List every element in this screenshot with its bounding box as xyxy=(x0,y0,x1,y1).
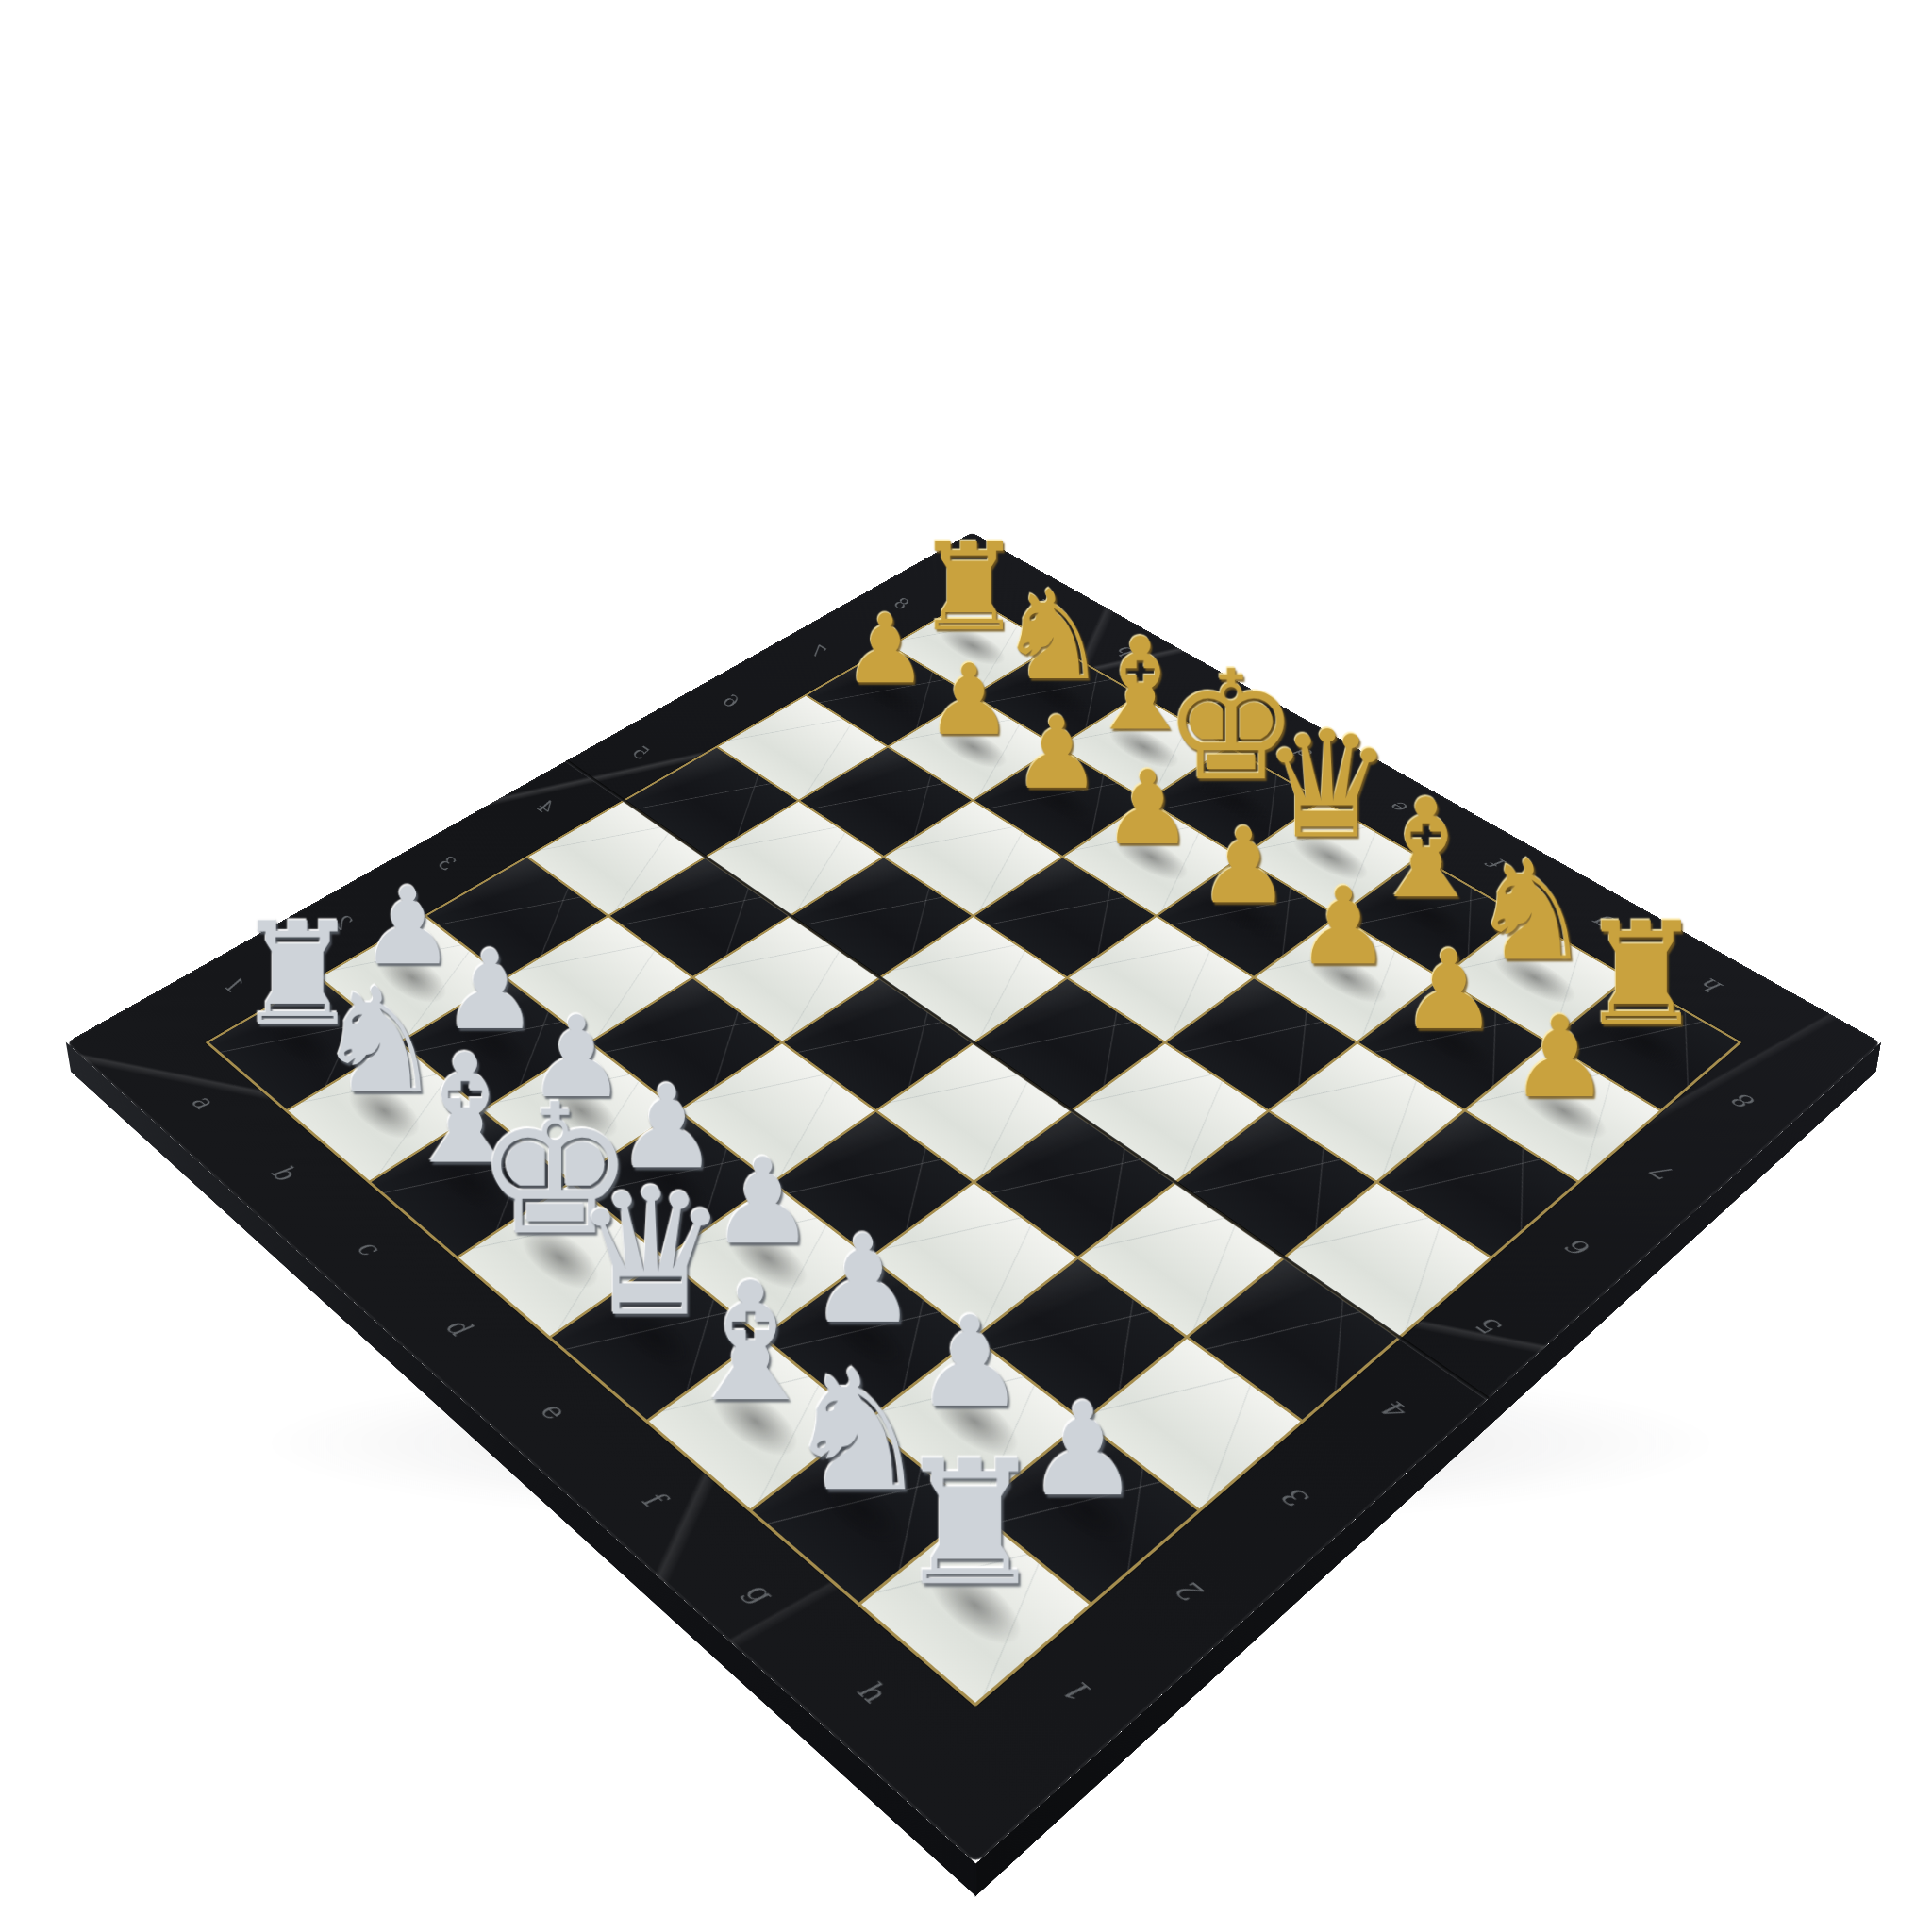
file-label-g-near: g xyxy=(738,1574,780,1609)
scene: aabbccddeeffgghh1122334455667788♜♞♟♝♟♚♟♛… xyxy=(0,0,1932,1932)
chess-board: aabbccddeeffgghh1122334455667788♜♞♟♝♟♚♟♛… xyxy=(66,532,1880,1863)
rank-label-4-right: 4 xyxy=(1377,1395,1415,1426)
rank-label-5-left: 5 xyxy=(625,744,657,763)
rank-label-6-left: 6 xyxy=(717,692,748,710)
rank-label-1-right: 1 xyxy=(1058,1674,1100,1710)
file-label-h-near: h xyxy=(850,1674,893,1710)
rank-label-4-left: 4 xyxy=(530,797,562,817)
file-label-c-near: c xyxy=(350,1235,388,1261)
file-label-b-near: b xyxy=(264,1159,302,1186)
rank-label-3-right: 3 xyxy=(1277,1482,1317,1515)
file-label-e-near: e xyxy=(533,1395,573,1425)
rank-label-5-right: 5 xyxy=(1472,1312,1508,1341)
gold-pawn-glyph: ♟ xyxy=(1453,1001,1666,1113)
file-label-d-near: d xyxy=(439,1312,478,1341)
rank-label-8-right: 8 xyxy=(1728,1090,1761,1115)
file-label-f-near: f xyxy=(635,1485,671,1513)
rank-label-2-right: 2 xyxy=(1171,1574,1211,1609)
rank-label-6-right: 6 xyxy=(1562,1234,1598,1261)
silver-rook-glyph: ♜ xyxy=(844,1438,1095,1609)
file-label-a-near: a xyxy=(185,1090,222,1114)
rank-label-7-right: 7 xyxy=(1647,1159,1682,1186)
